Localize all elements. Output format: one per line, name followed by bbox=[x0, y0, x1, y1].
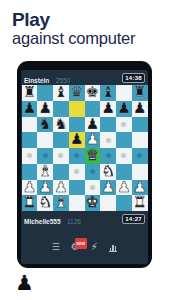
square-h6[interactable] bbox=[132, 117, 148, 133]
square-e1[interactable]: ♚ bbox=[85, 195, 101, 211]
player-info: Michelle555 1126 bbox=[24, 210, 81, 228]
square-d2[interactable] bbox=[69, 180, 85, 196]
square-a7[interactable]: ♟ bbox=[22, 101, 38, 117]
square-g2[interactable]: ♟ bbox=[116, 180, 132, 196]
square-c4[interactable] bbox=[53, 148, 69, 164]
square-e8[interactable]: ♚ bbox=[85, 85, 101, 101]
player-rating: 1126 bbox=[67, 218, 81, 225]
flash-icon[interactable]: ⚡ bbox=[91, 242, 98, 252]
move-hint-dot[interactable] bbox=[27, 153, 32, 158]
square-b5[interactable] bbox=[37, 132, 53, 148]
square-c5[interactable] bbox=[53, 132, 69, 148]
piece-black-knight[interactable]: ♞ bbox=[54, 117, 67, 133]
opponent-clock: 14:38 bbox=[122, 73, 145, 83]
square-d8[interactable]: ♛ bbox=[69, 85, 85, 101]
move-hint-dot[interactable] bbox=[106, 153, 111, 158]
square-f5[interactable] bbox=[100, 132, 116, 148]
piece-black-bishop[interactable]: ♝ bbox=[54, 85, 67, 101]
square-b1[interactable]: ♞ bbox=[37, 195, 53, 211]
square-g1[interactable] bbox=[116, 195, 132, 211]
move-hint-dot[interactable] bbox=[121, 122, 126, 127]
square-h7[interactable]: ♟ bbox=[132, 101, 148, 117]
square-g4[interactable] bbox=[116, 148, 132, 164]
chess-board[interactable]: ♜♝♛♚♝♜♟♟♟♟♟♞♞♟♟♟♛♝♞♟♟♟♟♟♟♜♞♝♚♜ bbox=[22, 85, 148, 211]
move-hint-dot[interactable] bbox=[43, 153, 48, 158]
piece-white-rook[interactable]: ♜ bbox=[133, 195, 146, 211]
move-hint-dot[interactable] bbox=[121, 153, 126, 158]
piece-black-king[interactable]: ♚ bbox=[86, 85, 99, 101]
headline-line2: against computer bbox=[12, 30, 135, 47]
piece-white-knight[interactable]: ♞ bbox=[38, 195, 51, 211]
move-hint-dot[interactable] bbox=[58, 153, 63, 158]
move-hint-dot[interactable] bbox=[137, 153, 142, 158]
square-g6[interactable] bbox=[116, 117, 132, 133]
piece-black-pawn[interactable]: ♟ bbox=[101, 101, 114, 117]
piece-white-queen[interactable]: ♛ bbox=[86, 148, 99, 164]
square-d3[interactable] bbox=[69, 164, 85, 180]
square-c8[interactable]: ♝ bbox=[53, 85, 69, 101]
square-a4[interactable] bbox=[22, 148, 38, 164]
piece-white-pawn[interactable]: ♟ bbox=[117, 180, 130, 196]
new-badge: NEW bbox=[75, 238, 87, 249]
stats-icon[interactable] bbox=[109, 243, 118, 252]
square-f2[interactable]: ♟ bbox=[100, 180, 116, 196]
piece-white-king[interactable]: ♚ bbox=[86, 195, 99, 211]
opponent-bar: Einstein 2550 14:38 bbox=[21, 70, 148, 85]
square-a5[interactable] bbox=[22, 132, 38, 148]
square-g5[interactable] bbox=[116, 132, 132, 148]
move-hint-dot[interactable] bbox=[90, 185, 95, 190]
headline: Play against computer bbox=[12, 10, 135, 47]
square-f7[interactable]: ♟ bbox=[100, 101, 116, 117]
piece-black-queen[interactable]: ♛ bbox=[70, 85, 83, 101]
square-d7[interactable] bbox=[69, 101, 85, 117]
next-slide-peek-black-pawn-icon: ♟ bbox=[15, 271, 34, 295]
square-c1[interactable]: ♝ bbox=[53, 195, 69, 211]
square-h1[interactable]: ♜ bbox=[132, 195, 148, 211]
square-e4[interactable]: ♛ bbox=[85, 148, 101, 164]
square-d1[interactable] bbox=[69, 195, 85, 211]
move-hint-dot[interactable] bbox=[106, 138, 111, 143]
piece-black-pawn[interactable]: ♟ bbox=[23, 101, 36, 117]
chess-app-screen: Einstein 2550 14:38 ♜♝♛♚♝♜♟♟♟♟♟♞♞♟♟♟♛♝♞♟… bbox=[21, 70, 148, 264]
piece-black-knight[interactable]: ♞ bbox=[38, 117, 51, 133]
phone-mockup: Einstein 2550 14:38 ♜♝♛♚♝♜♟♟♟♟♟♞♞♟♟♟♛♝♞♟… bbox=[17, 61, 152, 268]
square-f6[interactable] bbox=[100, 117, 116, 133]
square-h4[interactable] bbox=[132, 148, 148, 164]
square-g7[interactable]: ♟ bbox=[116, 101, 132, 117]
bottom-toolbar: ☰ ⚙NEW ⚡ bbox=[21, 226, 148, 264]
player-bar: Michelle555 1126 14:27 bbox=[21, 211, 148, 226]
move-hint-dot[interactable] bbox=[74, 169, 79, 174]
menu-icon[interactable]: ☰ bbox=[52, 242, 60, 252]
piece-white-bishop[interactable]: ♝ bbox=[54, 195, 67, 211]
piece-white-rook[interactable]: ♜ bbox=[23, 195, 36, 211]
move-hint-dot[interactable] bbox=[90, 169, 95, 174]
piece-black-pawn[interactable]: ♟ bbox=[117, 101, 130, 117]
square-c6[interactable]: ♞ bbox=[53, 117, 69, 133]
piece-white-pawn[interactable]: ♟ bbox=[101, 180, 114, 196]
square-a6[interactable] bbox=[22, 117, 38, 133]
piece-black-pawn[interactable]: ♟ bbox=[70, 132, 83, 148]
square-a1[interactable]: ♜ bbox=[22, 195, 38, 211]
square-d4[interactable] bbox=[69, 148, 85, 164]
square-f1[interactable] bbox=[100, 195, 116, 211]
square-b6[interactable]: ♞ bbox=[37, 117, 53, 133]
settings-icon[interactable]: ⚙NEW bbox=[71, 242, 80, 252]
piece-black-pawn[interactable]: ♟ bbox=[133, 101, 146, 117]
player-clock: 14:27 bbox=[122, 214, 145, 224]
square-d5[interactable]: ♟ bbox=[69, 132, 85, 148]
square-e3[interactable] bbox=[85, 164, 101, 180]
square-h5[interactable] bbox=[132, 132, 148, 148]
headline-line1: Play bbox=[12, 10, 135, 29]
move-hint-dot[interactable] bbox=[74, 153, 79, 158]
player-name: Michelle555 bbox=[24, 218, 61, 225]
